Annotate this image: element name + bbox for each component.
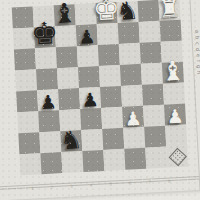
square-d5 [78, 66, 100, 88]
square-c5 [57, 67, 79, 89]
square-a1 [19, 153, 41, 175]
white-rook-h8: ♜ [158, 0, 182, 22]
square-b1 [40, 152, 62, 174]
square-b5 [36, 68, 58, 90]
square-a5 [15, 69, 37, 91]
square-h2 [165, 125, 187, 147]
square-d7: ♟ [76, 24, 98, 46]
square-g8 [138, 0, 160, 22]
board-grid: ♝♚♞♜♚♟♝♟♟♟♟♞ [12, 0, 189, 175]
square-f7 [118, 22, 140, 44]
square-d1 [82, 150, 104, 172]
square-d2 [81, 129, 103, 151]
photo-container: ♝♚♞♜♚♟♝♟♟♟♟♞ abcdefgh 12345678 [0, 0, 200, 200]
white-pawn-h3: ♟ [166, 107, 184, 127]
square-c3 [59, 109, 81, 131]
board-edge-seam-right [188, 0, 200, 190]
square-h7 [160, 20, 182, 42]
black-pawn-b4: ♟ [39, 92, 57, 112]
square-e6 [98, 44, 120, 66]
square-g4 [142, 84, 164, 106]
square-d8 [75, 3, 97, 25]
square-e3 [101, 107, 123, 129]
square-a7 [13, 27, 35, 49]
square-g7 [139, 21, 161, 43]
square-b2 [39, 131, 61, 153]
square-f6 [119, 43, 141, 65]
square-e4 [100, 86, 122, 108]
square-h1 [166, 146, 188, 168]
square-c1 [61, 151, 83, 173]
square-f2 [123, 127, 145, 149]
black-knight-c2: ♞ [59, 127, 83, 153]
square-f3: ♟ [122, 106, 144, 128]
square-a2 [18, 132, 40, 154]
square-f4 [121, 85, 143, 107]
square-d3 [80, 108, 102, 130]
black-bishop-c8: ♝ [52, 0, 78, 27]
square-b6 [35, 47, 57, 69]
black-pawn-d4: ♟ [81, 90, 99, 110]
square-g6 [140, 42, 162, 64]
square-g2 [144, 126, 166, 148]
square-d4: ♟ [79, 87, 101, 109]
square-h6 [161, 41, 183, 63]
square-e8: ♚ [96, 2, 118, 24]
square-c2: ♞ [60, 130, 82, 152]
square-g5 [141, 63, 163, 85]
square-c4 [58, 88, 80, 110]
square-e2 [102, 128, 124, 150]
square-e7 [97, 23, 119, 45]
black-knight-f8: ♞ [116, 0, 140, 24]
white-pawn-f3: ♟ [124, 109, 142, 129]
square-d6 [77, 45, 99, 67]
square-a4 [16, 90, 38, 112]
square-c6 [56, 46, 78, 68]
square-h5: ♝ [162, 62, 184, 84]
brand-logo-icon [168, 147, 186, 165]
square-c8: ♝ [54, 4, 76, 26]
black-pawn-d7: ♟ [78, 27, 96, 47]
square-f8: ♞ [117, 1, 139, 23]
square-e1 [103, 149, 125, 171]
square-b7: ♚ [34, 26, 56, 48]
square-h8: ♜ [159, 0, 181, 21]
chess-board: ♝♚♞♜♚♟♝♟♟♟♟♞ abcdefgh 12345678 [0, 0, 200, 200]
square-f5 [120, 64, 142, 86]
square-g1 [145, 147, 167, 169]
square-b8 [33, 5, 55, 27]
square-f1 [124, 148, 146, 170]
square-g3 [143, 105, 165, 127]
square-c7 [55, 25, 77, 47]
square-b4: ♟ [37, 89, 59, 111]
square-e5 [99, 65, 121, 87]
square-b3 [38, 110, 60, 132]
square-h4 [163, 83, 185, 105]
square-a3 [17, 111, 39, 133]
square-a6 [14, 48, 36, 70]
square-h3: ♟ [164, 104, 186, 126]
square-a8 [12, 6, 34, 28]
file-labels: abcdefgh [194, 30, 200, 78]
